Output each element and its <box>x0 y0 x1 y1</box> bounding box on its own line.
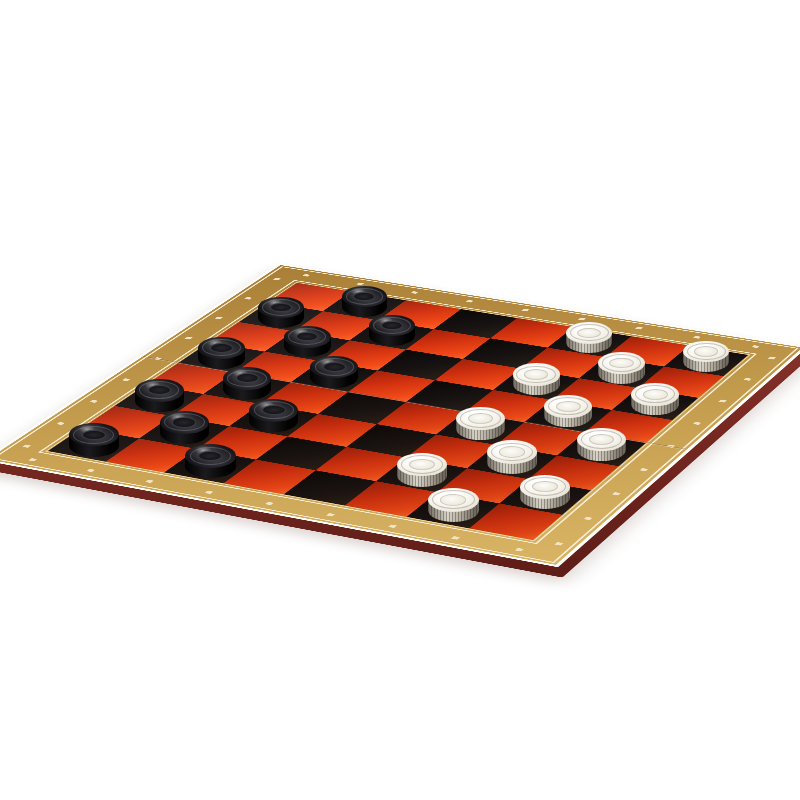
pieces-layer: ⛂⛂⛂⛂⛂⛂⛂⛂⛂⛂⛂⛂⛀⛀⛀⛀⛀⛀⛀⛀⛀⛀⛀⛀ <box>0 0 800 800</box>
white-checker[interactable]: ⛀ <box>566 322 612 353</box>
black-checker[interactable]: ⛂ <box>223 367 271 399</box>
white-checker[interactable]: ⛀ <box>520 475 570 509</box>
white-checker[interactable]: ⛀ <box>487 440 536 473</box>
white-checker[interactable]: ⛀ <box>456 407 505 440</box>
black-checker[interactable]: ⛂ <box>185 444 235 478</box>
black-checker[interactable]: ⛂ <box>342 286 388 317</box>
black-checker[interactable]: ⛂ <box>310 356 358 388</box>
white-checker[interactable]: ⛀ <box>577 428 626 461</box>
black-checker[interactable]: ⛂ <box>135 379 184 412</box>
black-checker[interactable]: ⛂ <box>249 399 298 432</box>
white-checker[interactable]: ⛀ <box>631 383 678 415</box>
black-checker[interactable]: ⛂ <box>160 411 210 444</box>
scene: ⛂⛂⛂⛂⛂⛂⛂⛂⛂⛂⛂⛂⛀⛀⛀⛀⛀⛀⛀⛀⛀⛀⛀⛀ <box>0 0 800 800</box>
black-checker[interactable]: ⛂ <box>369 315 415 346</box>
white-checker[interactable]: ⛀ <box>513 363 560 395</box>
white-checker[interactable]: ⛀ <box>397 453 447 487</box>
white-checker[interactable]: ⛀ <box>683 341 729 372</box>
white-checker[interactable]: ⛀ <box>544 395 592 427</box>
black-checker[interactable]: ⛂ <box>69 423 119 457</box>
white-checker[interactable]: ⛀ <box>598 352 645 384</box>
white-checker[interactable]: ⛀ <box>428 488 479 522</box>
